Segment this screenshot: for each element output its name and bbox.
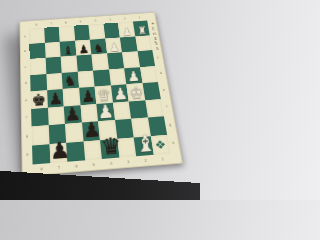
scene: 87654321 87654321 abcdefgh abcdefgh ✦ CH… — [0, 0, 200, 200]
square-c8 — [30, 58, 46, 75]
square-d7 — [46, 73, 63, 91]
coord-label: c — [22, 59, 29, 75]
black-knight: ♞ — [62, 74, 79, 89]
square-d4 — [93, 69, 111, 87]
white-pawn: ♟ — [111, 85, 128, 102]
square-c1 — [137, 50, 155, 67]
square-d8 — [30, 74, 47, 92]
square-e8: ♚ — [31, 90, 48, 108]
coord-label: 1 — [154, 157, 172, 162]
square-d6: ♞ — [62, 71, 79, 89]
black-pawn: ♟ — [63, 105, 81, 124]
square-c4 — [91, 53, 108, 70]
white-pawn: ♟ — [119, 26, 135, 37]
square-b4: ♞ — [90, 38, 107, 54]
black-king: ♚ — [30, 92, 48, 109]
square-a1: ♜ — [133, 21, 150, 37]
white-king: ♚ — [127, 84, 144, 101]
coord-label: g — [23, 127, 31, 146]
coord-label: 6 — [68, 164, 86, 169]
black-queen: ♛ — [100, 135, 119, 159]
square-e1 — [142, 82, 161, 100]
square-e3: ♟ — [110, 84, 128, 102]
square-b1 — [135, 35, 153, 51]
coord-label: h — [23, 145, 31, 165]
coord-label: 5 — [73, 20, 88, 24]
coord-label: 4 — [88, 19, 103, 23]
brand-emblem-icon: ✦ — [150, 21, 155, 25]
coord-label: 1 — [132, 16, 147, 20]
square-c6 — [61, 56, 78, 73]
square-h4: ♛ — [100, 138, 119, 159]
square-g8 — [32, 125, 50, 145]
coord-label: 8 — [33, 166, 51, 171]
square-h7: ♟ — [49, 142, 67, 163]
square-b7 — [44, 41, 60, 57]
square-h5 — [83, 140, 102, 161]
coord-label: 6 — [58, 21, 73, 25]
square-c7 — [45, 57, 61, 74]
square-f1 — [145, 99, 164, 118]
black-knight: ♞ — [90, 42, 106, 54]
coord-label: d — [22, 75, 30, 92]
square-a5 — [74, 25, 90, 41]
black-pawn: ♟ — [75, 43, 91, 55]
square-b5: ♟ — [75, 39, 92, 55]
black-pawn: ♟ — [46, 90, 64, 107]
square-a4 — [88, 24, 105, 40]
square-b6: ♝ — [60, 40, 76, 56]
black-pawn: ♟ — [79, 88, 96, 105]
coord-label: 2 — [137, 158, 155, 163]
black-bishop: ♝ — [60, 44, 76, 57]
coord-label: 8 — [29, 23, 44, 27]
square-f7 — [47, 106, 64, 125]
coord-label: a — [21, 29, 28, 44]
square-e2: ♚ — [126, 83, 144, 101]
white-rook: ♜ — [134, 25, 150, 36]
square-c5 — [76, 55, 93, 72]
photo-background: { "game": "chess", "scene": "overhead an… — [0, 0, 200, 200]
coord-label: 7 — [44, 22, 59, 26]
board-grid: ♟♜♝♟♞♟♞♟♚♟♟♛♟♚♟♟♟♟♛♝❖ — [29, 21, 170, 165]
coord-label: 7 — [50, 165, 68, 170]
square-d2: ♟ — [124, 67, 142, 84]
square-e7: ♟ — [47, 89, 64, 107]
coord-label: 3 — [103, 18, 118, 22]
square-a8 — [29, 28, 45, 44]
square-a7 — [44, 27, 60, 43]
square-h2: ♝ — [134, 136, 154, 156]
black-pawn: ♟ — [81, 119, 100, 141]
white-bishop: ♝ — [134, 132, 153, 156]
square-f6: ♟ — [64, 105, 82, 124]
coord-label: f — [23, 109, 31, 127]
coord-label: b — [21, 44, 28, 60]
chess-board: 87654321 87654321 abcdefgh abcdefgh ✦ CH… — [19, 12, 183, 177]
square-e5: ♟ — [79, 87, 97, 105]
coord-label: 3 — [119, 159, 137, 164]
square-h8 — [32, 144, 50, 165]
square-b8 — [29, 43, 45, 59]
square-f3 — [113, 101, 132, 120]
square-d5 — [77, 70, 94, 88]
white-pawn: ♟ — [106, 41, 122, 53]
coord-label: 2 — [117, 17, 132, 21]
black-pawn: ♟ — [48, 139, 67, 163]
square-d1 — [140, 66, 158, 83]
square-a6 — [59, 26, 75, 42]
coord-label: 4 — [102, 161, 120, 166]
coord-label: 5 — [85, 162, 103, 167]
square-f8 — [31, 107, 48, 126]
square-g5: ♟ — [82, 121, 100, 141]
